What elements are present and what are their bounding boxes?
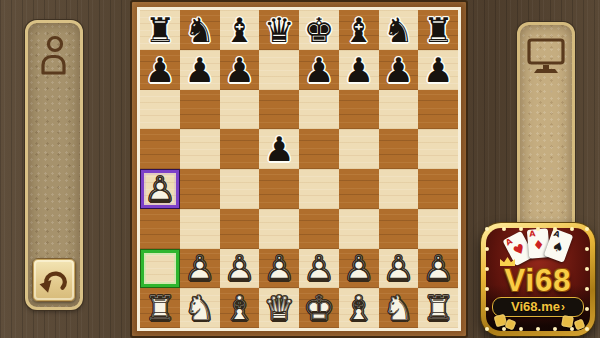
square-g4[interactable] <box>379 169 419 209</box>
piece-black-bishop[interactable]: ♝ <box>224 13 254 47</box>
square-e2[interactable]: ♙ <box>299 249 339 289</box>
square-f8[interactable]: ♝ <box>339 10 379 50</box>
square-g8[interactable]: ♞ <box>379 10 419 50</box>
piece-black-pawn[interactable]: ♟ <box>184 53 214 87</box>
square-e3[interactable] <box>299 209 339 249</box>
piece-white-rook[interactable]: ♖ <box>423 291 453 325</box>
square-c4[interactable] <box>220 169 260 209</box>
square-f5[interactable] <box>339 129 379 169</box>
square-f3[interactable] <box>339 209 379 249</box>
square-d1[interactable]: ♕ <box>259 288 299 328</box>
square-f7[interactable]: ♟ <box>339 50 379 90</box>
piece-black-pawn[interactable]: ♟ <box>343 53 373 87</box>
piece-white-queen[interactable]: ♕ <box>264 291 294 325</box>
square-e5[interactable] <box>299 129 339 169</box>
undo-icon <box>37 263 71 297</box>
square-b8[interactable]: ♞ <box>180 10 220 50</box>
square-d7[interactable] <box>259 50 299 90</box>
square-g5[interactable] <box>379 129 419 169</box>
piece-white-bishop[interactable]: ♗ <box>224 291 254 325</box>
logo-title: Vi68 <box>486 263 590 299</box>
square-e7[interactable]: ♟ <box>299 50 339 90</box>
board-grid: ♜♞♝♛♚♝♞♜♟♟♟♟♟♟♟♟♙♙♙♙♙♙♙♙♖♘♗♕♔♗♘♖ <box>137 7 461 331</box>
square-c6[interactable] <box>220 90 260 130</box>
piece-black-pawn[interactable]: ♟ <box>224 53 254 87</box>
piece-black-knight[interactable]: ♞ <box>184 13 214 47</box>
square-f6[interactable] <box>339 90 379 130</box>
square-a3[interactable] <box>140 209 180 249</box>
piece-black-rook[interactable]: ♜ <box>145 13 175 47</box>
square-b7[interactable]: ♟ <box>180 50 220 90</box>
square-a2[interactable] <box>140 249 180 289</box>
square-h2[interactable]: ♙ <box>418 249 458 289</box>
square-b5[interactable] <box>180 129 220 169</box>
square-c5[interactable] <box>220 129 260 169</box>
piece-white-rook[interactable]: ♖ <box>145 291 175 325</box>
piece-white-pawn[interactable]: ♙ <box>145 172 175 206</box>
square-c8[interactable]: ♝ <box>220 10 260 50</box>
piece-black-pawn[interactable]: ♟ <box>264 132 294 166</box>
square-c2[interactable]: ♙ <box>220 249 260 289</box>
square-h4[interactable] <box>418 169 458 209</box>
square-h7[interactable]: ♟ <box>418 50 458 90</box>
piece-black-queen[interactable]: ♛ <box>264 13 294 47</box>
logo-subtitle: Vi68.me <box>511 298 560 316</box>
piece-white-pawn[interactable]: ♙ <box>343 251 373 285</box>
square-a6[interactable] <box>140 90 180 130</box>
piece-black-knight[interactable]: ♞ <box>383 13 413 47</box>
square-d4[interactable] <box>259 169 299 209</box>
square-h3[interactable] <box>418 209 458 249</box>
marquee-lights <box>485 227 489 231</box>
piece-white-pawn[interactable]: ♙ <box>304 251 334 285</box>
piece-black-pawn[interactable]: ♟ <box>304 53 334 87</box>
square-e1[interactable]: ♔ <box>299 288 339 328</box>
square-a4[interactable]: ♙ <box>140 169 180 209</box>
piece-black-king[interactable]: ♚ <box>304 13 334 47</box>
piece-black-bishop[interactable]: ♝ <box>343 13 373 47</box>
square-g1[interactable]: ♘ <box>379 288 419 328</box>
logo-banner: Vi68.me › <box>492 297 584 317</box>
square-e8[interactable]: ♚ <box>299 10 339 50</box>
square-d6[interactable] <box>259 90 299 130</box>
piece-white-pawn[interactable]: ♙ <box>383 251 413 285</box>
square-c7[interactable]: ♟ <box>220 50 260 90</box>
computer-icon <box>526 37 566 75</box>
piece-white-king[interactable]: ♔ <box>304 291 334 325</box>
square-e4[interactable] <box>299 169 339 209</box>
piece-white-pawn[interactable]: ♙ <box>184 251 214 285</box>
piece-white-knight[interactable]: ♘ <box>383 291 413 325</box>
vi68-logo-inner: A♥A♦A♠ Vi68 Vi68.me › <box>486 228 590 331</box>
square-d5[interactable]: ♟ <box>259 129 299 169</box>
chess-board: ♜♞♝♛♚♝♞♜♟♟♟♟♟♟♟♟♙♙♙♙♙♙♙♙♖♘♗♕♔♗♘♖ <box>130 0 468 338</box>
piece-white-knight[interactable]: ♘ <box>184 291 214 325</box>
square-b4[interactable] <box>180 169 220 209</box>
square-a5[interactable] <box>140 129 180 169</box>
square-h1[interactable]: ♖ <box>418 288 458 328</box>
square-c3[interactable] <box>220 209 260 249</box>
square-a8[interactable]: ♜ <box>140 10 180 50</box>
piece-black-pawn[interactable]: ♟ <box>423 53 453 87</box>
person-icon <box>37 35 71 75</box>
square-b3[interactable] <box>180 209 220 249</box>
piece-black-pawn[interactable]: ♟ <box>145 53 175 87</box>
square-g6[interactable] <box>379 90 419 130</box>
square-e6[interactable] <box>299 90 339 130</box>
left-player-panel <box>25 20 83 310</box>
logo-arrow-icon: › <box>561 298 565 316</box>
vi68-logo[interactable]: A♥A♦A♠ Vi68 Vi68.me › <box>481 223 595 336</box>
square-c1[interactable]: ♗ <box>220 288 260 328</box>
piece-black-pawn[interactable]: ♟ <box>383 53 413 87</box>
square-d2[interactable]: ♙ <box>259 249 299 289</box>
piece-black-rook[interactable]: ♜ <box>423 13 453 47</box>
square-f4[interactable] <box>339 169 379 209</box>
app-window: ♜♞♝♛♚♝♞♜♟♟♟♟♟♟♟♟♙♙♙♙♙♙♙♙♖♘♗♕♔♗♘♖ A♥A♦A♠ … <box>0 0 600 338</box>
square-b6[interactable] <box>180 90 220 130</box>
square-h6[interactable] <box>418 90 458 130</box>
square-b2[interactable]: ♙ <box>180 249 220 289</box>
dice-icon <box>505 319 517 331</box>
piece-white-bishop[interactable]: ♗ <box>343 291 373 325</box>
dice-icon <box>561 315 574 328</box>
piece-white-pawn[interactable]: ♙ <box>423 251 453 285</box>
square-d3[interactable] <box>259 209 299 249</box>
square-f2[interactable]: ♙ <box>339 249 379 289</box>
square-g2[interactable]: ♙ <box>379 249 419 289</box>
square-f1[interactable]: ♗ <box>339 288 379 328</box>
piece-white-pawn[interactable]: ♙ <box>264 251 294 285</box>
square-d8[interactable]: ♛ <box>259 10 299 50</box>
dice-icon <box>574 319 586 331</box>
square-g7[interactable]: ♟ <box>379 50 419 90</box>
square-g3[interactable] <box>379 209 419 249</box>
square-a7[interactable]: ♟ <box>140 50 180 90</box>
square-h5[interactable] <box>418 129 458 169</box>
square-a1[interactable]: ♖ <box>140 288 180 328</box>
piece-white-pawn[interactable]: ♙ <box>224 251 254 285</box>
undo-button[interactable] <box>32 258 76 302</box>
square-b1[interactable]: ♘ <box>180 288 220 328</box>
square-h8[interactable]: ♜ <box>418 10 458 50</box>
